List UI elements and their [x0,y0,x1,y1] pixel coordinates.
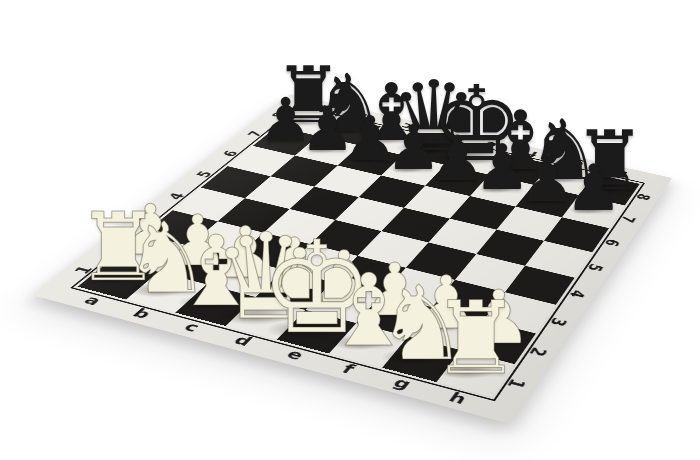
piece-white-rook-h1[interactable]: ♜︎ [431,288,521,389]
pieces-layer: ♜︎♞︎♝︎♛︎♚︎♝︎♞︎♜︎♟︎♟︎♟︎♟︎♟︎♟︎♟︎♟︎♟︎♟︎♟︎♟︎… [0,0,700,460]
piece-black-pawn-h7[interactable]: ♟︎ [565,158,622,222]
chess-set-photo: aabbccddeeffgghh1122334455667788 ♜︎♞︎♝︎♛… [0,0,700,460]
